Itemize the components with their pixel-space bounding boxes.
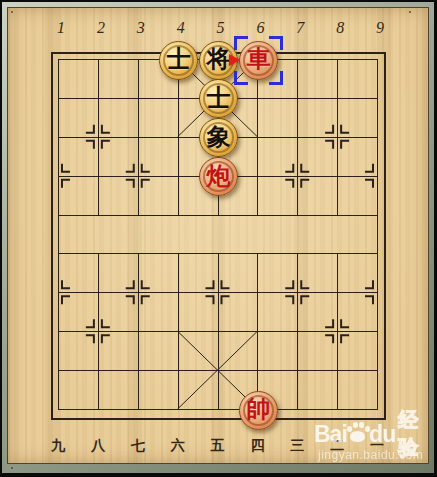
board-cell xyxy=(139,293,179,332)
piece-glyph: 士 xyxy=(207,86,231,110)
paw-toe-icon xyxy=(365,426,370,432)
paw-toe-icon xyxy=(353,422,358,428)
piece-glyph: 帥 xyxy=(246,397,270,421)
board-cell xyxy=(99,293,139,332)
board-cell xyxy=(258,254,298,293)
board-cell xyxy=(338,60,378,99)
board-cell xyxy=(179,371,219,410)
piece-glyph: 士 xyxy=(167,47,191,71)
board-cell xyxy=(139,177,179,216)
board-cell xyxy=(59,138,99,177)
board-cell xyxy=(99,216,139,255)
file-label-top-1: 1 xyxy=(57,19,65,37)
board-cell xyxy=(298,138,338,177)
watermark-url: jingyan.baidu.com xyxy=(318,448,437,462)
board-cell xyxy=(59,332,99,371)
board-cell xyxy=(99,332,139,371)
board-cell xyxy=(298,177,338,216)
file-label-bottom-6: 四 xyxy=(250,437,264,455)
board-cell xyxy=(338,371,378,410)
board-cell xyxy=(338,293,378,332)
piece-red-general[interactable]: 帥 xyxy=(239,391,278,430)
board-cell xyxy=(258,293,298,332)
board-cell xyxy=(59,177,99,216)
board-cell xyxy=(219,216,259,255)
board-cell xyxy=(219,332,259,371)
piece-red-chariot[interactable]: 車 xyxy=(239,41,278,80)
board-cell xyxy=(179,254,219,293)
board-cell xyxy=(99,99,139,138)
piece-black-advisor-1[interactable]: 士 xyxy=(159,41,198,80)
board-cell xyxy=(139,332,179,371)
piece-black-elephant[interactable]: 象 xyxy=(199,118,238,157)
piece-red-cannon[interactable]: 炮 xyxy=(199,157,238,196)
board-cell xyxy=(59,254,99,293)
board-cell xyxy=(258,216,298,255)
board-cell xyxy=(258,99,298,138)
board-cell xyxy=(179,293,219,332)
board-cell xyxy=(298,60,338,99)
board-cell xyxy=(59,216,99,255)
last-move-arrow-icon xyxy=(229,54,240,66)
board-cell xyxy=(258,177,298,216)
paw-toe-icon xyxy=(359,422,364,428)
file-label-bottom-3: 七 xyxy=(131,437,145,455)
board-cell xyxy=(298,254,338,293)
file-label-bottom-4: 六 xyxy=(171,437,185,455)
board-cell xyxy=(219,254,259,293)
file-label-bottom-1: 九 xyxy=(51,437,65,455)
piece-glyph: 象 xyxy=(207,125,231,149)
board-cell xyxy=(179,216,219,255)
board-cell xyxy=(338,99,378,138)
board-cell xyxy=(59,371,99,410)
board-cell xyxy=(258,138,298,177)
board-cell xyxy=(219,293,259,332)
board-cell xyxy=(298,293,338,332)
board-cell xyxy=(99,177,139,216)
panel-pin-dot xyxy=(409,11,411,13)
file-label-top-6: 6 xyxy=(256,19,264,37)
board-cell xyxy=(139,254,179,293)
file-label-bottom-7: 三 xyxy=(290,437,304,455)
board-cell xyxy=(139,371,179,410)
paw-pad-icon xyxy=(350,431,365,442)
board-cell xyxy=(59,60,99,99)
watermark-brand-bai: Bai xyxy=(314,421,347,448)
board-cell xyxy=(139,138,179,177)
file-label-top-3: 3 xyxy=(137,19,145,37)
board-cell xyxy=(99,138,139,177)
board-cell xyxy=(298,332,338,371)
file-label-top-9: 9 xyxy=(376,19,384,37)
board-cell xyxy=(338,254,378,293)
file-label-bottom-2: 八 xyxy=(91,437,105,455)
board-cell xyxy=(298,99,338,138)
board-cell xyxy=(338,138,378,177)
board-cell xyxy=(99,254,139,293)
panel-pin-dot xyxy=(11,467,13,469)
file-label-bottom-5: 五 xyxy=(211,437,225,455)
watermark: Bai du 经验 jingyan.baidu.com xyxy=(314,421,437,462)
board-cell xyxy=(179,332,219,371)
piece-glyph: 将 xyxy=(207,47,231,71)
watermark-brand-row: Bai du 经验 xyxy=(314,421,437,447)
board-cell xyxy=(99,371,139,410)
board-cell xyxy=(258,332,298,371)
watermark-brand-du: du xyxy=(369,421,395,448)
panel-pin-dot xyxy=(11,11,13,13)
file-label-top-8: 8 xyxy=(336,19,344,37)
baidu-paw-icon xyxy=(346,419,369,443)
xiangqi-board-screenshot: 123456789 九八七六五四三二一 士将車士象炮帥 Bai du 经验 ji… xyxy=(0,0,437,477)
board-cell xyxy=(139,99,179,138)
file-label-top-4: 4 xyxy=(177,19,185,37)
board-cell xyxy=(298,216,338,255)
file-label-top-2: 2 xyxy=(97,19,105,37)
file-label-top-7: 7 xyxy=(296,19,304,37)
board-cell xyxy=(338,216,378,255)
board-cell xyxy=(99,60,139,99)
file-label-top-5: 5 xyxy=(217,19,225,37)
board-cell xyxy=(298,371,338,410)
piece-glyph: 車 xyxy=(246,47,270,71)
paw-toe-icon xyxy=(347,426,352,432)
piece-glyph: 炮 xyxy=(207,164,231,188)
board-cell xyxy=(139,216,179,255)
board-cell xyxy=(338,177,378,216)
board-cell xyxy=(59,99,99,138)
board-cell xyxy=(59,293,99,332)
board-cell xyxy=(338,332,378,371)
